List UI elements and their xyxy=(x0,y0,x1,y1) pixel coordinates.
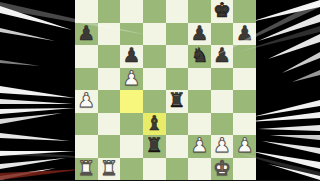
square-e6[interactable] xyxy=(166,45,189,68)
square-c5[interactable]: ♟ xyxy=(120,68,143,91)
piece-black-pawn: ♟ xyxy=(236,23,254,43)
square-e3[interactable] xyxy=(166,113,189,136)
speed-lines-right xyxy=(246,0,320,180)
piece-white-rook: ♜ xyxy=(100,158,118,178)
piece-black-knight: ♞ xyxy=(190,45,208,65)
square-e7[interactable] xyxy=(166,23,189,46)
square-b7[interactable] xyxy=(98,23,121,46)
square-c1[interactable] xyxy=(120,158,143,181)
square-h5[interactable] xyxy=(233,68,256,91)
square-a5[interactable] xyxy=(75,68,98,91)
square-b2[interactable] xyxy=(98,135,121,158)
square-d3[interactable]: ♝ xyxy=(143,113,166,136)
piece-white-pawn: ♟ xyxy=(213,135,231,155)
square-f7[interactable]: ♟ xyxy=(188,23,211,46)
square-b1[interactable]: ♜ xyxy=(98,158,121,181)
square-e2[interactable] xyxy=(166,135,189,158)
square-h7[interactable]: ♟ xyxy=(233,23,256,46)
square-g8[interactable]: ♚ xyxy=(211,0,234,23)
square-f8[interactable] xyxy=(188,0,211,23)
square-c3[interactable] xyxy=(120,113,143,136)
square-f4[interactable] xyxy=(188,90,211,113)
square-f6[interactable]: ♞ xyxy=(188,45,211,68)
square-d1[interactable] xyxy=(143,158,166,181)
square-b6[interactable] xyxy=(98,45,121,68)
left-black-panel xyxy=(0,0,75,180)
square-d6[interactable] xyxy=(143,45,166,68)
square-e5[interactable] xyxy=(166,68,189,91)
square-e8[interactable] xyxy=(166,0,189,23)
square-c2[interactable] xyxy=(120,135,143,158)
square-f3[interactable] xyxy=(188,113,211,136)
piece-black-king: ♚ xyxy=(213,0,231,20)
piece-black-rook: ♜ xyxy=(145,135,163,155)
piece-white-king: ♚ xyxy=(213,158,231,178)
square-g1[interactable]: ♚ xyxy=(211,158,234,181)
square-a1[interactable]: ♜ xyxy=(75,158,98,181)
piece-white-pawn: ♟ xyxy=(123,68,141,88)
right-black-panel xyxy=(256,0,320,180)
piece-white-pawn: ♟ xyxy=(190,135,208,155)
square-b8[interactable] xyxy=(98,0,121,23)
square-h1[interactable] xyxy=(233,158,256,181)
piece-white-pawn: ♟ xyxy=(77,90,95,110)
square-a6[interactable] xyxy=(75,45,98,68)
speed-lines-left xyxy=(0,6,75,180)
square-c8[interactable] xyxy=(120,0,143,23)
square-b3[interactable] xyxy=(98,113,121,136)
square-c6[interactable]: ♟ xyxy=(120,45,143,68)
square-c7[interactable] xyxy=(120,23,143,46)
piece-white-pawn: ♟ xyxy=(236,135,254,155)
square-h4[interactable] xyxy=(233,90,256,113)
square-a2[interactable] xyxy=(75,135,98,158)
square-d8[interactable] xyxy=(143,0,166,23)
square-e4[interactable]: ♜ xyxy=(166,90,189,113)
piece-black-pawn: ♟ xyxy=(123,45,141,65)
square-b5[interactable] xyxy=(98,68,121,91)
square-c4[interactable] xyxy=(120,90,143,113)
thumbnail-frame: ♚♟♟♟♟♞♟♟♟♜♝♜♟♟♟♜♜♚ xyxy=(0,0,320,180)
square-h6[interactable] xyxy=(233,45,256,68)
piece-white-rook: ♜ xyxy=(77,158,95,178)
square-g2[interactable]: ♟ xyxy=(211,135,234,158)
red-accent-streak xyxy=(0,169,86,180)
square-g4[interactable] xyxy=(211,90,234,113)
square-g7[interactable] xyxy=(211,23,234,46)
square-h8[interactable] xyxy=(233,0,256,23)
square-d5[interactable] xyxy=(143,68,166,91)
square-d4[interactable] xyxy=(143,90,166,113)
square-a3[interactable] xyxy=(75,113,98,136)
piece-black-pawn: ♟ xyxy=(77,23,95,43)
square-e1[interactable] xyxy=(166,158,189,181)
chess-board[interactable]: ♚♟♟♟♟♞♟♟♟♜♝♜♟♟♟♜♜♚ xyxy=(75,0,256,180)
square-d7[interactable] xyxy=(143,23,166,46)
square-a8[interactable] xyxy=(75,0,98,23)
square-a4[interactable]: ♟ xyxy=(75,90,98,113)
piece-black-pawn: ♟ xyxy=(190,23,208,43)
square-a7[interactable]: ♟ xyxy=(75,23,98,46)
square-f1[interactable] xyxy=(188,158,211,181)
square-h2[interactable]: ♟ xyxy=(233,135,256,158)
square-f2[interactable]: ♟ xyxy=(188,135,211,158)
piece-black-bishop: ♝ xyxy=(145,113,163,133)
piece-black-pawn: ♟ xyxy=(213,45,231,65)
square-h3[interactable] xyxy=(233,113,256,136)
square-g6[interactable]: ♟ xyxy=(211,45,234,68)
square-d2[interactable]: ♜ xyxy=(143,135,166,158)
piece-black-rook: ♜ xyxy=(168,90,186,110)
square-f5[interactable] xyxy=(188,68,211,91)
square-g5[interactable] xyxy=(211,68,234,91)
square-g3[interactable] xyxy=(211,113,234,136)
square-b4[interactable] xyxy=(98,90,121,113)
